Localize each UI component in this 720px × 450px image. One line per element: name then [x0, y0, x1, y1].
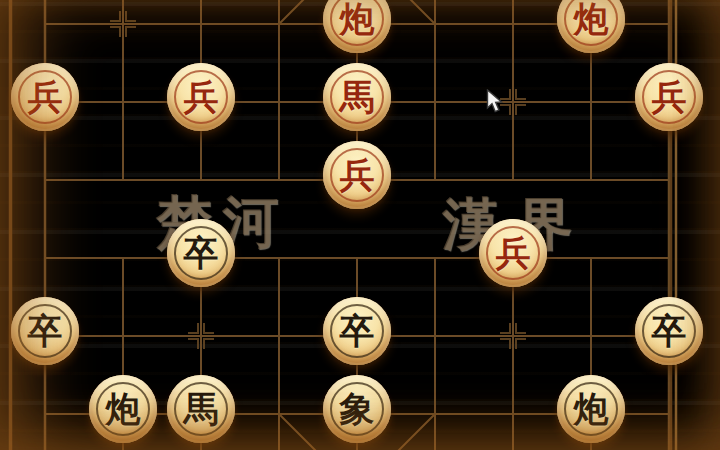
- point-marker-corner: [125, 11, 136, 22]
- point-marker: [500, 89, 526, 115]
- piece-character: 卒: [323, 297, 391, 365]
- piece-character: 象: [323, 375, 391, 443]
- point-marker-corner: [500, 89, 511, 100]
- piece-red-馬[interactable]: 馬: [323, 63, 391, 131]
- piece-character: 卒: [167, 219, 235, 287]
- piece-character: 馬: [323, 63, 391, 131]
- xiangqi-board[interactable]: 楚河 漢界 炮炮兵兵馬兵兵卒兵卒卒卒炮馬象炮: [0, 0, 720, 450]
- point-marker-corner: [500, 338, 511, 349]
- piece-character: 炮: [323, 0, 391, 53]
- piece-character: 炮: [557, 0, 625, 53]
- piece-character: 兵: [479, 219, 547, 287]
- piece-red-兵[interactable]: 兵: [167, 63, 235, 131]
- point-marker: [500, 323, 526, 349]
- piece-grid: 炮炮兵兵馬兵兵卒兵卒卒卒炮馬象炮: [6, 0, 708, 450]
- point-marker-corner: [188, 323, 199, 334]
- point-marker-corner: [515, 323, 526, 334]
- point-marker-corner: [203, 323, 214, 334]
- piece-character: 兵: [635, 63, 703, 131]
- piece-black-炮[interactable]: 炮: [557, 375, 625, 443]
- piece-red-兵[interactable]: 兵: [323, 141, 391, 209]
- piece-black-卒[interactable]: 卒: [635, 297, 703, 365]
- point-marker-corner: [125, 26, 136, 37]
- piece-character: 炮: [557, 375, 625, 443]
- piece-black-卒[interactable]: 卒: [167, 219, 235, 287]
- point-marker-corner: [203, 338, 214, 349]
- piece-red-炮[interactable]: 炮: [557, 0, 625, 53]
- piece-character: 馬: [167, 375, 235, 443]
- point-marker: [188, 323, 214, 349]
- piece-black-炮[interactable]: 炮: [89, 375, 157, 443]
- piece-red-炮[interactable]: 炮: [323, 0, 391, 53]
- piece-black-卒[interactable]: 卒: [323, 297, 391, 365]
- point-marker-corner: [500, 104, 511, 115]
- piece-black-馬[interactable]: 馬: [167, 375, 235, 443]
- piece-black-象[interactable]: 象: [323, 375, 391, 443]
- piece-character: 卒: [635, 297, 703, 365]
- piece-black-卒[interactable]: 卒: [11, 297, 79, 365]
- piece-character: 炮: [89, 375, 157, 443]
- piece-character: 兵: [323, 141, 391, 209]
- piece-character: 兵: [167, 63, 235, 131]
- point-marker-corner: [515, 338, 526, 349]
- point-marker: [110, 11, 136, 37]
- piece-red-兵[interactable]: 兵: [479, 219, 547, 287]
- point-marker-corner: [110, 11, 121, 22]
- point-marker-corner: [110, 26, 121, 37]
- point-marker-corner: [188, 338, 199, 349]
- point-marker-corner: [500, 323, 511, 334]
- piece-red-兵[interactable]: 兵: [635, 63, 703, 131]
- piece-character: 兵: [11, 63, 79, 131]
- piece-red-兵[interactable]: 兵: [11, 63, 79, 131]
- point-marker-corner: [515, 89, 526, 100]
- piece-character: 卒: [11, 297, 79, 365]
- point-marker-corner: [515, 104, 526, 115]
